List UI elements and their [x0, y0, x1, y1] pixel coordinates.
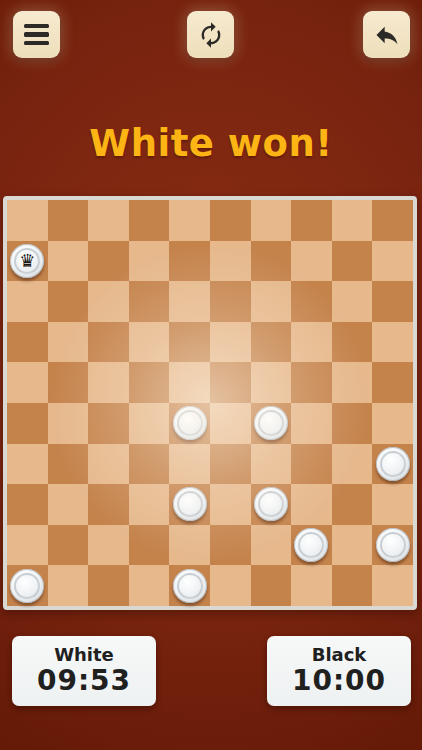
board-cell-r0c8[interactable]: [332, 200, 373, 241]
board-cell-r9c1[interactable]: [48, 565, 89, 606]
board-cell-r6c8[interactable]: [332, 444, 373, 485]
menu-button[interactable]: [13, 11, 60, 58]
board-cell-r8c5[interactable]: [210, 525, 251, 566]
white-clock-time: 09:53: [12, 665, 156, 697]
board-cell-r8c0[interactable]: [7, 525, 48, 566]
board-cell-r9c7[interactable]: [291, 565, 332, 606]
board-cell-r5c7[interactable]: [291, 403, 332, 444]
white-man-piece[interactable]: [173, 487, 207, 521]
board-cell-r0c5[interactable]: [210, 200, 251, 241]
game-result-title: White won!: [0, 122, 422, 165]
board-cell-r3c9[interactable]: [372, 322, 413, 363]
white-man-piece[interactable]: [173, 406, 207, 440]
board-cell-r5c3[interactable]: [129, 403, 170, 444]
board-cell-r8c6[interactable]: [251, 525, 292, 566]
white-man-piece[interactable]: [376, 528, 410, 562]
board-cell-r1c4[interactable]: [169, 241, 210, 282]
board-cell-r4c8[interactable]: [332, 362, 373, 403]
board-cell-r0c4[interactable]: [169, 200, 210, 241]
board-cell-r7c7[interactable]: [291, 484, 332, 525]
board-cell-r4c3[interactable]: [129, 362, 170, 403]
board-cell-r6c5[interactable]: [210, 444, 251, 485]
board-cell-r7c4[interactable]: [169, 484, 210, 525]
white-man-piece[interactable]: [173, 569, 207, 603]
board-cell-r1c8[interactable]: [332, 241, 373, 282]
black-clock: Black 10:00: [267, 636, 411, 706]
king-crown-icon: ♛: [19, 252, 35, 270]
black-clock-label: Black: [267, 645, 411, 665]
board-cell-r1c9[interactable]: [372, 241, 413, 282]
board-cell-r1c3[interactable]: [129, 241, 170, 282]
board-cell-r5c5[interactable]: [210, 403, 251, 444]
board-cell-r3c5[interactable]: [210, 322, 251, 363]
board-cell-r1c0[interactable]: ♛: [7, 241, 48, 282]
board-cell-r0c9[interactable]: [372, 200, 413, 241]
board-cell-r4c1[interactable]: [48, 362, 89, 403]
white-clock-label: White: [12, 645, 156, 665]
board-cell-r9c5[interactable]: [210, 565, 251, 606]
board-cell-r3c8[interactable]: [332, 322, 373, 363]
board-cell-r4c9[interactable]: [372, 362, 413, 403]
board-cell-r9c3[interactable]: [129, 565, 170, 606]
board-cell-r5c1[interactable]: [48, 403, 89, 444]
board-cell-r6c0[interactable]: [7, 444, 48, 485]
board-cell-r5c9[interactable]: [372, 403, 413, 444]
refresh-icon: [197, 21, 225, 49]
board-cell-r2c7[interactable]: [291, 281, 332, 322]
checkers-board: ♛: [3, 196, 417, 610]
board-cell-r2c6[interactable]: [251, 281, 292, 322]
board-cell-r4c7[interactable]: [291, 362, 332, 403]
white-man-piece[interactable]: [254, 487, 288, 521]
board-cell-r3c3[interactable]: [129, 322, 170, 363]
white-man-piece[interactable]: [376, 447, 410, 481]
board-cell-r6c9[interactable]: [372, 444, 413, 485]
board-cell-r2c5[interactable]: [210, 281, 251, 322]
board-cell-r2c9[interactable]: [372, 281, 413, 322]
board-cell-r4c0[interactable]: [7, 362, 48, 403]
app-screen: White won! ♛ White 09:53 Black 10:00: [0, 0, 422, 750]
board-cell-r8c1[interactable]: [48, 525, 89, 566]
white-man-piece[interactable]: [254, 406, 288, 440]
board-cell-r1c7[interactable]: [291, 241, 332, 282]
board-cell-r6c2[interactable]: [88, 444, 129, 485]
board-cell-r7c5[interactable]: [210, 484, 251, 525]
board-cell-r9c6[interactable]: [251, 565, 292, 606]
board-cell-r7c1[interactable]: [48, 484, 89, 525]
board-cell-r1c6[interactable]: [251, 241, 292, 282]
board-cell-r0c1[interactable]: [48, 200, 89, 241]
board-cell-r1c2[interactable]: [88, 241, 129, 282]
board-cell-r7c0[interactable]: [7, 484, 48, 525]
board-cell-r5c6[interactable]: [251, 403, 292, 444]
board-cell-r3c6[interactable]: [251, 322, 292, 363]
board-cell-r7c8[interactable]: [332, 484, 373, 525]
board-cell-r0c0[interactable]: [7, 200, 48, 241]
board-cell-r7c9[interactable]: [372, 484, 413, 525]
white-man-piece[interactable]: [294, 528, 328, 562]
board-cell-r9c0[interactable]: [7, 565, 48, 606]
white-clock: White 09:53: [12, 636, 156, 706]
board-cell-r3c2[interactable]: [88, 322, 129, 363]
board-cell-r3c0[interactable]: [7, 322, 48, 363]
board-cell-r9c2[interactable]: [88, 565, 129, 606]
board-cell-r8c3[interactable]: [129, 525, 170, 566]
board-cell-r4c2[interactable]: [88, 362, 129, 403]
board-cell-r1c1[interactable]: [48, 241, 89, 282]
board-cell-r3c1[interactable]: [48, 322, 89, 363]
board-cell-r8c2[interactable]: [88, 525, 129, 566]
undo-button[interactable]: [363, 11, 410, 58]
board-cell-r4c6[interactable]: [251, 362, 292, 403]
undo-arrow-icon: [373, 21, 401, 49]
board-cell-r8c9[interactable]: [372, 525, 413, 566]
board-cell-r2c3[interactable]: [129, 281, 170, 322]
board-cell-r6c7[interactable]: [291, 444, 332, 485]
restart-button[interactable]: [187, 11, 234, 58]
board-cell-r9c9[interactable]: [372, 565, 413, 606]
board-cell-r2c4[interactable]: [169, 281, 210, 322]
board-cell-r0c2[interactable]: [88, 200, 129, 241]
board-grid: ♛: [7, 200, 413, 606]
board-cell-r3c4[interactable]: [169, 322, 210, 363]
board-cell-r3c7[interactable]: [291, 322, 332, 363]
board-cell-r5c8[interactable]: [332, 403, 373, 444]
white-king-piece[interactable]: ♛: [10, 244, 44, 278]
board-cell-r2c2[interactable]: [88, 281, 129, 322]
board-cell-r7c6[interactable]: [251, 484, 292, 525]
board-cell-r6c4[interactable]: [169, 444, 210, 485]
hamburger-menu-icon: [24, 24, 49, 46]
board-cell-r4c4[interactable]: [169, 362, 210, 403]
board-cell-r5c2[interactable]: [88, 403, 129, 444]
board-cell-r6c6[interactable]: [251, 444, 292, 485]
board-cell-r8c4[interactable]: [169, 525, 210, 566]
board-cell-r7c3[interactable]: [129, 484, 170, 525]
black-clock-time: 10:00: [267, 665, 411, 697]
board-cell-r8c8[interactable]: [332, 525, 373, 566]
board-cell-r2c0[interactable]: [7, 281, 48, 322]
board-cell-r9c8[interactable]: [332, 565, 373, 606]
board-cell-r5c0[interactable]: [7, 403, 48, 444]
board-cell-r6c1[interactable]: [48, 444, 89, 485]
board-cell-r6c3[interactable]: [129, 444, 170, 485]
board-cell-r2c8[interactable]: [332, 281, 373, 322]
board-cell-r9c4[interactable]: [169, 565, 210, 606]
board-cell-r5c4[interactable]: [169, 403, 210, 444]
board-cell-r8c7[interactable]: [291, 525, 332, 566]
white-man-piece[interactable]: [10, 569, 44, 603]
board-cell-r4c5[interactable]: [210, 362, 251, 403]
board-cell-r1c5[interactable]: [210, 241, 251, 282]
board-cell-r0c6[interactable]: [251, 200, 292, 241]
board-cell-r7c2[interactable]: [88, 484, 129, 525]
board-cell-r2c1[interactable]: [48, 281, 89, 322]
board-cell-r0c7[interactable]: [291, 200, 332, 241]
board-cell-r0c3[interactable]: [129, 200, 170, 241]
